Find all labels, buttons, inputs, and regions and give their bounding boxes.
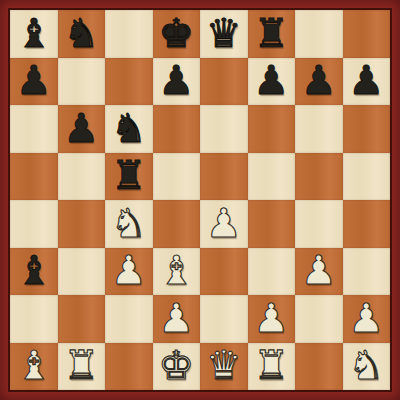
square-d1[interactable]: ♚ (153, 343, 201, 391)
white-knight: ♞ (348, 345, 384, 385)
square-e1[interactable]: ♛ (200, 343, 248, 391)
black-bishop: ♝ (16, 13, 52, 53)
square-h7[interactable]: ♟ (343, 58, 391, 106)
white-rook: ♜ (253, 345, 289, 385)
square-f2[interactable]: ♟ (248, 295, 296, 343)
square-b8[interactable]: ♞ (58, 10, 106, 58)
square-b7[interactable] (58, 58, 106, 106)
square-c1[interactable] (105, 343, 153, 391)
white-pawn: ♟ (301, 250, 337, 290)
square-g2[interactable] (295, 295, 343, 343)
white-knight: ♞ (111, 203, 147, 243)
black-pawn: ♟ (301, 60, 337, 100)
square-e2[interactable] (200, 295, 248, 343)
square-b1[interactable]: ♜ (58, 343, 106, 391)
square-g3[interactable]: ♟ (295, 248, 343, 296)
square-a5[interactable] (10, 153, 58, 201)
square-b5[interactable] (58, 153, 106, 201)
white-bishop: ♝ (16, 345, 52, 385)
black-pawn: ♟ (253, 60, 289, 100)
square-f5[interactable] (248, 153, 296, 201)
square-g1[interactable] (295, 343, 343, 391)
square-d4[interactable] (153, 200, 201, 248)
square-a6[interactable] (10, 105, 58, 153)
square-f4[interactable] (248, 200, 296, 248)
square-c4[interactable]: ♞ (105, 200, 153, 248)
black-king: ♚ (158, 13, 194, 53)
black-pawn: ♟ (63, 108, 99, 148)
square-d6[interactable] (153, 105, 201, 153)
square-f6[interactable] (248, 105, 296, 153)
square-e8[interactable]: ♛ (200, 10, 248, 58)
black-bishop: ♝ (16, 250, 52, 290)
square-h8[interactable] (343, 10, 391, 58)
square-g8[interactable] (295, 10, 343, 58)
square-h4[interactable] (343, 200, 391, 248)
board-frame: ♝♞♚♛♜♟♟♟♟♟♟♞♜♞♟♝♟♝♟♟♟♟♝♜♚♛♜♞ (0, 0, 400, 400)
square-d7[interactable]: ♟ (153, 58, 201, 106)
white-pawn: ♟ (111, 250, 147, 290)
square-g5[interactable] (295, 153, 343, 201)
square-a2[interactable] (10, 295, 58, 343)
chess-board: ♝♞♚♛♜♟♟♟♟♟♟♞♜♞♟♝♟♝♟♟♟♟♝♜♚♛♜♞ (8, 8, 392, 392)
white-pawn: ♟ (158, 298, 194, 338)
square-a4[interactable] (10, 200, 58, 248)
black-pawn: ♟ (158, 60, 194, 100)
white-pawn: ♟ (253, 298, 289, 338)
square-g7[interactable]: ♟ (295, 58, 343, 106)
square-c7[interactable] (105, 58, 153, 106)
square-e4[interactable]: ♟ (200, 200, 248, 248)
square-f1[interactable]: ♜ (248, 343, 296, 391)
black-knight: ♞ (111, 108, 147, 148)
square-c3[interactable]: ♟ (105, 248, 153, 296)
white-rook: ♜ (63, 345, 99, 385)
square-c6[interactable]: ♞ (105, 105, 153, 153)
square-b6[interactable]: ♟ (58, 105, 106, 153)
square-h2[interactable]: ♟ (343, 295, 391, 343)
square-e3[interactable] (200, 248, 248, 296)
white-queen: ♛ (206, 345, 242, 385)
square-a7[interactable]: ♟ (10, 58, 58, 106)
black-pawn: ♟ (348, 60, 384, 100)
square-d5[interactable] (153, 153, 201, 201)
square-b3[interactable] (58, 248, 106, 296)
black-rook: ♜ (253, 13, 289, 53)
square-h3[interactable] (343, 248, 391, 296)
square-h5[interactable] (343, 153, 391, 201)
square-a3[interactable]: ♝ (10, 248, 58, 296)
black-rook: ♜ (111, 155, 147, 195)
square-h6[interactable] (343, 105, 391, 153)
square-h1[interactable]: ♞ (343, 343, 391, 391)
square-c2[interactable] (105, 295, 153, 343)
square-d3[interactable]: ♝ (153, 248, 201, 296)
square-c8[interactable] (105, 10, 153, 58)
square-g4[interactable] (295, 200, 343, 248)
black-pawn: ♟ (16, 60, 52, 100)
square-g6[interactable] (295, 105, 343, 153)
white-bishop: ♝ (158, 250, 194, 290)
black-knight: ♞ (63, 13, 99, 53)
square-a1[interactable]: ♝ (10, 343, 58, 391)
square-f8[interactable]: ♜ (248, 10, 296, 58)
white-king: ♚ (158, 345, 194, 385)
square-a8[interactable]: ♝ (10, 10, 58, 58)
square-b2[interactable] (58, 295, 106, 343)
square-d2[interactable]: ♟ (153, 295, 201, 343)
square-c5[interactable]: ♜ (105, 153, 153, 201)
white-pawn: ♟ (348, 298, 384, 338)
square-e6[interactable] (200, 105, 248, 153)
black-queen: ♛ (206, 13, 242, 53)
square-f7[interactable]: ♟ (248, 58, 296, 106)
square-d8[interactable]: ♚ (153, 10, 201, 58)
square-b4[interactable] (58, 200, 106, 248)
white-pawn: ♟ (206, 203, 242, 243)
square-f3[interactable] (248, 248, 296, 296)
square-e7[interactable] (200, 58, 248, 106)
square-e5[interactable] (200, 153, 248, 201)
